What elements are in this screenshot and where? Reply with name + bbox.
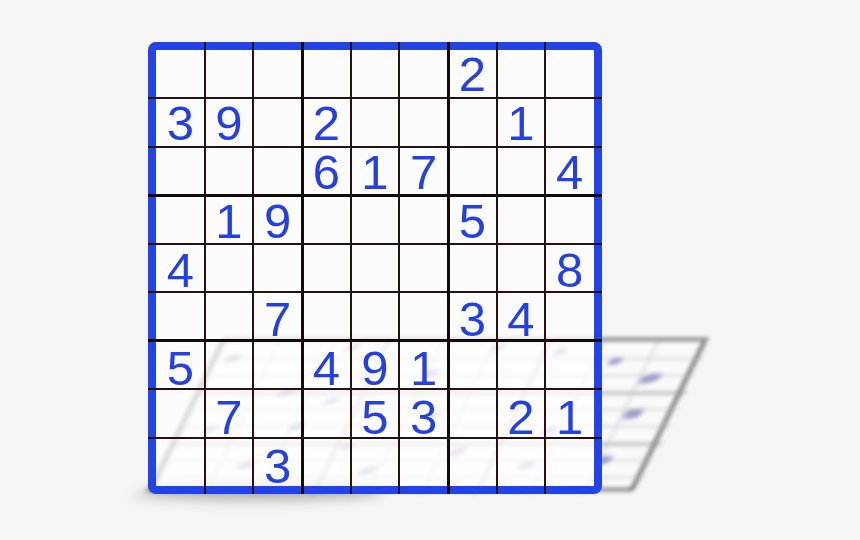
cell-r7c4[interactable]: 4 (302, 344, 351, 393)
cell-r5c4[interactable] (302, 246, 351, 295)
cell-r8c9[interactable]: 1 (545, 393, 594, 442)
cell-r1c4[interactable] (302, 50, 351, 99)
cell-r7c6[interactable]: 1 (399, 344, 448, 393)
given-digit: 2 (459, 50, 486, 99)
cell-r2c3[interactable] (253, 99, 302, 148)
cell-grid: 239216174195487345491753213 (156, 50, 594, 486)
cell-r9c5[interactable] (351, 442, 400, 491)
given-digit: 3 (264, 442, 291, 491)
given-digit: 7 (264, 295, 291, 344)
cell-r2c1[interactable]: 3 (156, 99, 205, 148)
cell-r7c5[interactable]: 9 (351, 344, 400, 393)
cell-r5c6[interactable] (399, 246, 448, 295)
cell-r4c5[interactable] (351, 197, 400, 246)
given-digit: 2 (313, 99, 340, 148)
cell-r3c3[interactable] (253, 148, 302, 197)
cell-r1c6[interactable] (399, 50, 448, 99)
cell-r6c2[interactable] (205, 295, 254, 344)
cell-r2c6[interactable] (399, 99, 448, 148)
given-digit: 8 (556, 246, 583, 295)
cell-r4c6[interactable] (399, 197, 448, 246)
cell-r6c8[interactable]: 4 (497, 295, 546, 344)
cell-r6c5[interactable] (351, 295, 400, 344)
given-digit: 1 (410, 344, 437, 393)
cell-r1c9[interactable] (545, 50, 594, 99)
cell-r3c7[interactable] (448, 148, 497, 197)
cell-r3c1[interactable] (156, 148, 205, 197)
cell-r4c3[interactable]: 9 (253, 197, 302, 246)
cell-r5c7[interactable] (448, 246, 497, 295)
cell-r8c8[interactable]: 2 (497, 393, 546, 442)
cell-r3c2[interactable] (205, 148, 254, 197)
cell-r9c6[interactable] (399, 442, 448, 491)
cell-r6c4[interactable] (302, 295, 351, 344)
cell-r5c2[interactable] (205, 246, 254, 295)
cell-r1c1[interactable] (156, 50, 205, 99)
cell-r7c7[interactable] (448, 344, 497, 393)
cell-r7c3[interactable] (253, 344, 302, 393)
cell-r6c9[interactable] (545, 295, 594, 344)
given-digit: 4 (167, 246, 194, 295)
cell-r8c1[interactable] (156, 393, 205, 442)
cell-r4c7[interactable]: 5 (448, 197, 497, 246)
cell-r8c7[interactable] (448, 393, 497, 442)
cell-r4c8[interactable] (497, 197, 546, 246)
cell-r7c8[interactable] (497, 344, 546, 393)
given-digit: 2 (507, 393, 534, 442)
cell-r2c9[interactable] (545, 99, 594, 148)
cell-r9c4[interactable] (302, 442, 351, 491)
given-digit: 6 (313, 148, 340, 197)
cell-r3c8[interactable] (497, 148, 546, 197)
cell-r9c9[interactable] (545, 442, 594, 491)
cell-r4c1[interactable] (156, 197, 205, 246)
cell-r1c8[interactable] (497, 50, 546, 99)
cell-r5c8[interactable] (497, 246, 546, 295)
cell-r9c8[interactable] (497, 442, 546, 491)
cell-r6c6[interactable] (399, 295, 448, 344)
cell-r9c2[interactable] (205, 442, 254, 491)
given-digit: 5 (361, 393, 388, 442)
given-digit: 3 (410, 393, 437, 442)
given-digit: 1 (556, 393, 583, 442)
cell-r3c4[interactable]: 6 (302, 148, 351, 197)
given-digit: 1 (215, 197, 242, 246)
given-digit: 5 (167, 344, 194, 393)
given-digit: 5 (459, 197, 486, 246)
given-digit: 4 (313, 344, 340, 393)
cell-r8c2[interactable]: 7 (205, 393, 254, 442)
cell-r4c9[interactable] (545, 197, 594, 246)
cell-r5c9[interactable]: 8 (545, 246, 594, 295)
given-digit: 7 (215, 393, 242, 442)
cell-r5c5[interactable] (351, 246, 400, 295)
given-digit: 9 (264, 197, 291, 246)
cell-r9c1[interactable] (156, 442, 205, 491)
cell-r8c6[interactable]: 3 (399, 393, 448, 442)
given-digit: 9 (361, 344, 388, 393)
cell-r7c2[interactable] (205, 344, 254, 393)
cell-r5c1[interactable]: 4 (156, 246, 205, 295)
cell-r1c3[interactable] (253, 50, 302, 99)
cell-r7c9[interactable] (545, 344, 594, 393)
given-digit: 9 (215, 99, 242, 148)
cell-r6c7[interactable]: 3 (448, 295, 497, 344)
cell-r3c6[interactable]: 7 (399, 148, 448, 197)
cell-r9c7[interactable] (448, 442, 497, 491)
cell-r7c1[interactable]: 5 (156, 344, 205, 393)
cell-r4c4[interactable] (302, 197, 351, 246)
given-digit: 4 (556, 148, 583, 197)
given-digit: 4 (507, 295, 534, 344)
cell-r6c3[interactable]: 7 (253, 295, 302, 344)
cell-r9c3[interactable]: 3 (253, 442, 302, 491)
cell-r1c7[interactable]: 2 (448, 50, 497, 99)
cell-r1c5[interactable] (351, 50, 400, 99)
given-digit: 7 (410, 148, 437, 197)
cell-r2c7[interactable] (448, 99, 497, 148)
cell-r1c2[interactable] (205, 50, 254, 99)
given-digit: 3 (167, 99, 194, 148)
given-digit: 1 (507, 99, 534, 148)
cell-r2c4[interactable]: 2 (302, 99, 351, 148)
cell-r3c9[interactable]: 4 (545, 148, 594, 197)
cell-r6c1[interactable] (156, 295, 205, 344)
cell-r2c8[interactable]: 1 (497, 99, 546, 148)
cell-r2c2[interactable]: 9 (205, 99, 254, 148)
given-digit: 1 (361, 148, 388, 197)
cell-r2c5[interactable] (351, 99, 400, 148)
cell-r8c3[interactable] (253, 393, 302, 442)
cell-r8c4[interactable] (302, 393, 351, 442)
given-digit: 3 (459, 295, 486, 344)
cell-r3c5[interactable]: 1 (351, 148, 400, 197)
sudoku-board: 239216174195487345491753213 (148, 42, 602, 494)
cell-r8c5[interactable]: 5 (351, 393, 400, 442)
cell-r5c3[interactable] (253, 246, 302, 295)
cell-r4c2[interactable]: 1 (205, 197, 254, 246)
scene: 239216174195487345491753213 (0, 0, 860, 540)
